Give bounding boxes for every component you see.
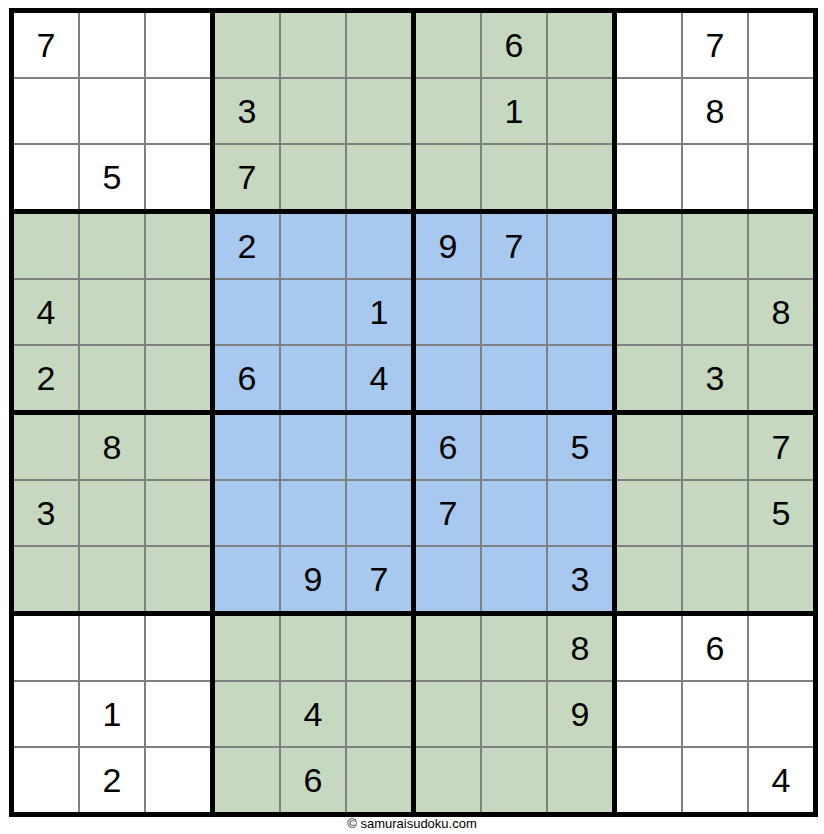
cell-r10c1[interactable] bbox=[14, 616, 78, 680]
cell-r5c7[interactable] bbox=[416, 280, 480, 344]
box-r4c3: 89 bbox=[416, 616, 612, 812]
cell-r3c8[interactable] bbox=[482, 145, 546, 209]
cell-r12c10[interactable] bbox=[617, 748, 681, 812]
box-r1c4: 78 bbox=[617, 13, 813, 209]
cell-r7c4[interactable] bbox=[215, 415, 279, 479]
cell-r2c2[interactable] bbox=[80, 79, 144, 143]
cell-r4c4[interactable]: 2 bbox=[215, 214, 279, 278]
cell-r11c5[interactable]: 4 bbox=[281, 682, 345, 746]
cell-r8c5[interactable] bbox=[281, 481, 345, 545]
cell-r8c8[interactable] bbox=[482, 481, 546, 545]
cell-r9c11[interactable] bbox=[683, 547, 747, 611]
cell-r12c4[interactable] bbox=[215, 748, 279, 812]
cell-r5c1[interactable]: 4 bbox=[14, 280, 78, 344]
copyright-text: © samuraisudoku.com bbox=[0, 816, 824, 831]
sudoku-board: 753761784221649783839765737512468964 bbox=[9, 8, 818, 817]
box-r1c1: 75 bbox=[14, 13, 210, 209]
box-r3c2: 97 bbox=[215, 415, 411, 611]
cell-r12c8[interactable] bbox=[482, 748, 546, 812]
cell-r6c12[interactable] bbox=[749, 346, 813, 410]
cell-r4c2[interactable] bbox=[80, 214, 144, 278]
cell-r2c12[interactable] bbox=[749, 79, 813, 143]
cell-r2c7[interactable] bbox=[416, 79, 480, 143]
cell-r4c10[interactable] bbox=[617, 214, 681, 278]
cell-r9c8[interactable] bbox=[482, 547, 546, 611]
cell-r12c2[interactable]: 2 bbox=[80, 748, 144, 812]
cell-r11c3[interactable] bbox=[146, 682, 210, 746]
cell-r3c7[interactable] bbox=[416, 145, 480, 209]
cell-r1c9[interactable] bbox=[548, 13, 612, 77]
cell-r10c2[interactable] bbox=[80, 616, 144, 680]
cell-r5c2[interactable] bbox=[80, 280, 144, 344]
cell-r7c9[interactable]: 5 bbox=[548, 415, 612, 479]
box-r4c1: 12 bbox=[14, 616, 210, 812]
cell-r1c6[interactable] bbox=[347, 13, 411, 77]
cell-r2c1[interactable] bbox=[14, 79, 78, 143]
cell-r5c8[interactable] bbox=[482, 280, 546, 344]
cell-r1c5[interactable] bbox=[281, 13, 345, 77]
cell-r11c4[interactable] bbox=[215, 682, 279, 746]
cell-r9c12[interactable] bbox=[749, 547, 813, 611]
cell-r12c12[interactable]: 4 bbox=[749, 748, 813, 812]
cell-r11c9[interactable]: 9 bbox=[548, 682, 612, 746]
cell-r7c11[interactable] bbox=[683, 415, 747, 479]
cell-r8c12[interactable]: 5 bbox=[749, 481, 813, 545]
cell-r1c1[interactable]: 7 bbox=[14, 13, 78, 77]
box-r3c3: 6573 bbox=[416, 415, 612, 611]
cell-r1c3[interactable] bbox=[146, 13, 210, 77]
cell-r1c12[interactable] bbox=[749, 13, 813, 77]
cell-r5c9[interactable] bbox=[548, 280, 612, 344]
box-r2c1: 42 bbox=[14, 214, 210, 410]
cell-r10c7[interactable] bbox=[416, 616, 480, 680]
cell-r2c10[interactable] bbox=[617, 79, 681, 143]
cell-r6c9[interactable] bbox=[548, 346, 612, 410]
cell-r1c10[interactable] bbox=[617, 13, 681, 77]
cell-r7c8[interactable] bbox=[482, 415, 546, 479]
cell-r12c3[interactable] bbox=[146, 748, 210, 812]
box-r1c3: 61 bbox=[416, 13, 612, 209]
cell-r3c3[interactable] bbox=[146, 145, 210, 209]
cell-r2c4[interactable]: 3 bbox=[215, 79, 279, 143]
box-r3c1: 83 bbox=[14, 415, 210, 611]
cell-r11c10[interactable] bbox=[617, 682, 681, 746]
cell-r12c9[interactable] bbox=[548, 748, 612, 812]
cell-r5c3[interactable] bbox=[146, 280, 210, 344]
cell-r6c8[interactable] bbox=[482, 346, 546, 410]
box-r1c2: 37 bbox=[215, 13, 411, 209]
cell-r11c1[interactable] bbox=[14, 682, 78, 746]
cell-r12c11[interactable] bbox=[683, 748, 747, 812]
cell-r4c6[interactable] bbox=[347, 214, 411, 278]
cell-r1c11[interactable]: 7 bbox=[683, 13, 747, 77]
cell-r5c5[interactable] bbox=[281, 280, 345, 344]
cell-r7c2[interactable]: 8 bbox=[80, 415, 144, 479]
cell-r8c10[interactable] bbox=[617, 481, 681, 545]
cell-r8c2[interactable] bbox=[80, 481, 144, 545]
cell-r9c1[interactable] bbox=[14, 547, 78, 611]
cell-r4c1[interactable] bbox=[14, 214, 78, 278]
cell-r4c5[interactable] bbox=[281, 214, 345, 278]
cell-r5c6[interactable]: 1 bbox=[347, 280, 411, 344]
cell-r9c2[interactable] bbox=[80, 547, 144, 611]
cell-r6c1[interactable]: 2 bbox=[14, 346, 78, 410]
cell-r10c3[interactable] bbox=[146, 616, 210, 680]
cell-r6c7[interactable] bbox=[416, 346, 480, 410]
cell-r11c12[interactable] bbox=[749, 682, 813, 746]
cell-r6c3[interactable] bbox=[146, 346, 210, 410]
cell-r2c8[interactable]: 1 bbox=[482, 79, 546, 143]
cell-r8c7[interactable]: 7 bbox=[416, 481, 480, 545]
cell-r12c7[interactable] bbox=[416, 748, 480, 812]
cell-r8c3[interactable] bbox=[146, 481, 210, 545]
cell-r9c9[interactable]: 3 bbox=[548, 547, 612, 611]
cell-r3c12[interactable] bbox=[749, 145, 813, 209]
cell-r6c11[interactable]: 3 bbox=[683, 346, 747, 410]
cell-r3c9[interactable] bbox=[548, 145, 612, 209]
cell-r3c2[interactable]: 5 bbox=[80, 145, 144, 209]
cell-r5c12[interactable]: 8 bbox=[749, 280, 813, 344]
cell-r12c1[interactable] bbox=[14, 748, 78, 812]
cell-r4c3[interactable] bbox=[146, 214, 210, 278]
cell-r4c11[interactable] bbox=[683, 214, 747, 278]
cell-r2c11[interactable]: 8 bbox=[683, 79, 747, 143]
cell-r7c1[interactable] bbox=[14, 415, 78, 479]
box-r2c3: 97 bbox=[416, 214, 612, 410]
cell-r6c6[interactable]: 4 bbox=[347, 346, 411, 410]
cell-r10c12[interactable] bbox=[749, 616, 813, 680]
cell-r3c10[interactable] bbox=[617, 145, 681, 209]
cell-r9c6[interactable]: 7 bbox=[347, 547, 411, 611]
cell-r11c2[interactable]: 1 bbox=[80, 682, 144, 746]
cell-r1c2[interactable] bbox=[80, 13, 144, 77]
cell-r1c7[interactable] bbox=[416, 13, 480, 77]
cell-r3c11[interactable] bbox=[683, 145, 747, 209]
cell-r11c8[interactable] bbox=[482, 682, 546, 746]
box-r2c2: 2164 bbox=[215, 214, 411, 410]
cell-r10c11[interactable]: 6 bbox=[683, 616, 747, 680]
cell-r10c4[interactable] bbox=[215, 616, 279, 680]
cell-r6c5[interactable] bbox=[281, 346, 345, 410]
cell-r2c9[interactable] bbox=[548, 79, 612, 143]
cell-r5c11[interactable] bbox=[683, 280, 747, 344]
cell-r12c6[interactable] bbox=[347, 748, 411, 812]
box-r4c2: 46 bbox=[215, 616, 411, 812]
cell-r10c5[interactable] bbox=[281, 616, 345, 680]
cell-r1c8[interactable]: 6 bbox=[482, 13, 546, 77]
cell-r12c5[interactable]: 6 bbox=[281, 748, 345, 812]
cell-r11c7[interactable] bbox=[416, 682, 480, 746]
cell-r9c4[interactable] bbox=[215, 547, 279, 611]
cell-r7c3[interactable] bbox=[146, 415, 210, 479]
cell-r5c4[interactable] bbox=[215, 280, 279, 344]
box-r4c4: 64 bbox=[617, 616, 813, 812]
box-r3c4: 75 bbox=[617, 415, 813, 611]
cell-r3c4[interactable]: 7 bbox=[215, 145, 279, 209]
cell-r4c7[interactable]: 9 bbox=[416, 214, 480, 278]
cell-r6c2[interactable] bbox=[80, 346, 144, 410]
cell-r4c9[interactable] bbox=[548, 214, 612, 278]
cell-r3c6[interactable] bbox=[347, 145, 411, 209]
cell-r6c10[interactable] bbox=[617, 346, 681, 410]
cell-r7c12[interactable]: 7 bbox=[749, 415, 813, 479]
cell-r10c6[interactable] bbox=[347, 616, 411, 680]
cell-r8c6[interactable] bbox=[347, 481, 411, 545]
cell-r8c4[interactable] bbox=[215, 481, 279, 545]
cell-r7c10[interactable] bbox=[617, 415, 681, 479]
cell-r8c9[interactable] bbox=[548, 481, 612, 545]
cell-r10c10[interactable] bbox=[617, 616, 681, 680]
cell-r7c7[interactable]: 6 bbox=[416, 415, 480, 479]
cell-r9c10[interactable] bbox=[617, 547, 681, 611]
cell-r9c3[interactable] bbox=[146, 547, 210, 611]
cell-r3c1[interactable] bbox=[14, 145, 78, 209]
cell-r5c10[interactable] bbox=[617, 280, 681, 344]
cell-r2c6[interactable] bbox=[347, 79, 411, 143]
cell-r8c1[interactable]: 3 bbox=[14, 481, 78, 545]
cell-r9c7[interactable] bbox=[416, 547, 480, 611]
cell-r10c8[interactable] bbox=[482, 616, 546, 680]
cell-r3c5[interactable] bbox=[281, 145, 345, 209]
cell-r9c5[interactable]: 9 bbox=[281, 547, 345, 611]
cell-r1c4[interactable] bbox=[215, 13, 279, 77]
cell-r10c9[interactable]: 8 bbox=[548, 616, 612, 680]
cell-r2c3[interactable] bbox=[146, 79, 210, 143]
cell-r4c8[interactable]: 7 bbox=[482, 214, 546, 278]
cell-r6c4[interactable]: 6 bbox=[215, 346, 279, 410]
cell-r11c11[interactable] bbox=[683, 682, 747, 746]
cell-r2c5[interactable] bbox=[281, 79, 345, 143]
box-r2c4: 83 bbox=[617, 214, 813, 410]
cell-r4c12[interactable] bbox=[749, 214, 813, 278]
cell-r7c5[interactable] bbox=[281, 415, 345, 479]
cell-r7c6[interactable] bbox=[347, 415, 411, 479]
cell-r11c6[interactable] bbox=[347, 682, 411, 746]
cell-r8c11[interactable] bbox=[683, 481, 747, 545]
